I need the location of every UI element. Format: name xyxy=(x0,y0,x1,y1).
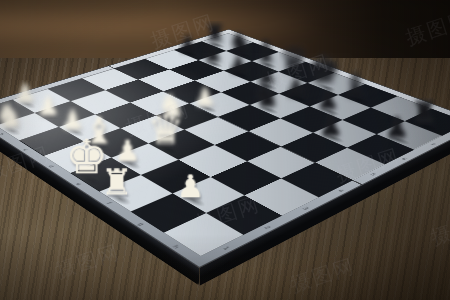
piece-black-pawn-h7: ♟ xyxy=(384,114,409,141)
piece-white-pawn-d5: ♟ xyxy=(194,84,217,110)
piece-black-knight-e6: ♞ xyxy=(252,79,280,111)
piece-black-pawn-e7: ♟ xyxy=(285,74,307,99)
chess-photo-scene: ♜♞♝♛♚♝♜♟♟♟♟♟♟♟♞♟♟♞♛♟♟♟♝♟♟♜♞♚♜ abcdefgh 8… xyxy=(0,0,450,300)
piece-white-pawn-g2: ♟ xyxy=(177,171,205,202)
piece-white-knight-b1: ♞ xyxy=(0,99,24,132)
piece-black-pawn-g6: ♟ xyxy=(319,112,344,139)
piece-black-bishop-f8: ♝ xyxy=(341,68,370,101)
piece-black-pawn-b7: ♟ xyxy=(202,42,222,65)
piece-white-rook-f1: ♜ xyxy=(101,164,133,200)
piece-black-pawn-c7: ♟ xyxy=(228,52,249,75)
piece-black-king-e8: ♚ xyxy=(307,50,341,88)
square-h3 xyxy=(245,178,319,215)
piece-black-pawn-f7: ♟ xyxy=(316,87,339,113)
piece-white-queen-e3: ♛ xyxy=(147,109,184,150)
piece-white-pawn-b2: ♟ xyxy=(36,93,59,119)
piece-black-rook-h8: ♜ xyxy=(411,97,439,128)
piece-black-pawn-a7: ♟ xyxy=(178,32,198,54)
